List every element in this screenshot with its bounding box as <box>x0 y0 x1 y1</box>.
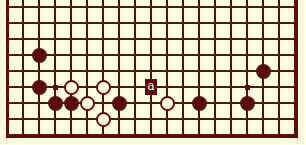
point-Q3[interactable] <box>239 95 255 111</box>
point-D6[interactable] <box>47 47 63 63</box>
point-A1[interactable] <box>0 127 15 143</box>
point-N6[interactable] <box>191 47 207 63</box>
point-O2[interactable] <box>207 111 223 127</box>
point-L2[interactable] <box>159 111 175 127</box>
point-R8[interactable] <box>255 15 271 31</box>
point-D4[interactable] <box>47 79 63 95</box>
point-N9[interactable] <box>191 0 207 15</box>
point-E9[interactable] <box>63 0 79 15</box>
point-T6[interactable] <box>287 47 303 63</box>
point-K5[interactable] <box>143 63 159 79</box>
point-H1[interactable] <box>111 127 127 143</box>
point-P7[interactable] <box>223 31 239 47</box>
point-C1[interactable] <box>31 127 47 143</box>
point-B6[interactable] <box>15 47 31 63</box>
point-Q2[interactable] <box>239 111 255 127</box>
point-B7[interactable] <box>15 31 31 47</box>
point-J2[interactable] <box>127 111 143 127</box>
point-R6[interactable] <box>255 47 271 63</box>
point-G3[interactable] <box>95 95 111 111</box>
point-P5[interactable] <box>223 63 239 79</box>
point-O8[interactable] <box>207 15 223 31</box>
point-K9[interactable] <box>143 0 159 15</box>
point-J8[interactable] <box>127 15 143 31</box>
point-E4[interactable] <box>63 79 79 95</box>
point-P9[interactable] <box>223 0 239 15</box>
point-L6[interactable] <box>159 47 175 63</box>
point-B9[interactable] <box>15 0 31 15</box>
point-G4[interactable] <box>95 79 111 95</box>
point-N4[interactable] <box>191 79 207 95</box>
point-O3[interactable] <box>207 95 223 111</box>
point-T8[interactable] <box>287 15 303 31</box>
white-stone-E4 <box>64 80 79 95</box>
point-T7[interactable] <box>287 31 303 47</box>
point-E6[interactable] <box>63 47 79 63</box>
point-D1[interactable] <box>47 127 63 143</box>
point-J3[interactable] <box>127 95 143 111</box>
point-P8[interactable] <box>223 15 239 31</box>
point-P1[interactable] <box>223 127 239 143</box>
point-O4[interactable] <box>207 79 223 95</box>
point-F1[interactable] <box>79 127 95 143</box>
black-stone-R5 <box>256 64 271 79</box>
point-S9[interactable] <box>271 0 287 15</box>
star-point-D4 <box>53 85 58 90</box>
point-A5[interactable] <box>0 63 15 79</box>
point-D2[interactable] <box>47 111 63 127</box>
point-M8[interactable] <box>175 15 191 31</box>
black-stone-H3 <box>112 96 127 111</box>
point-N7[interactable] <box>191 31 207 47</box>
point-H8[interactable] <box>111 15 127 31</box>
point-L7[interactable] <box>159 31 175 47</box>
point-O6[interactable] <box>207 47 223 63</box>
point-H4[interactable] <box>111 79 127 95</box>
point-E8[interactable] <box>63 15 79 31</box>
point-J4[interactable] <box>127 79 143 95</box>
point-D3[interactable] <box>47 95 63 111</box>
point-F9[interactable] <box>79 0 95 15</box>
point-C7[interactable] <box>31 31 47 47</box>
point-B8[interactable] <box>15 15 31 31</box>
point-A8[interactable] <box>0 15 15 31</box>
point-C3[interactable] <box>31 95 47 111</box>
point-F5[interactable] <box>79 63 95 79</box>
star-point-Q4 <box>245 85 250 90</box>
point-K8[interactable] <box>143 15 159 31</box>
point-C8[interactable] <box>31 15 47 31</box>
black-stone-N3 <box>192 96 207 111</box>
point-C4[interactable] <box>31 79 47 95</box>
point-L8[interactable] <box>159 15 175 31</box>
point-E1[interactable] <box>63 127 79 143</box>
point-G1[interactable] <box>95 127 111 143</box>
point-S2[interactable] <box>271 111 287 127</box>
point-D5[interactable] <box>47 63 63 79</box>
point-S8[interactable] <box>271 15 287 31</box>
point-M4[interactable] <box>175 79 191 95</box>
point-E3[interactable] <box>63 95 79 111</box>
point-Q7[interactable] <box>239 31 255 47</box>
point-F6[interactable] <box>79 47 95 63</box>
point-H3[interactable] <box>111 95 127 111</box>
point-G5[interactable] <box>95 63 111 79</box>
black-stone-Q3 <box>240 96 255 111</box>
point-K7[interactable] <box>143 31 159 47</box>
point-D8[interactable] <box>47 15 63 31</box>
point-P4[interactable] <box>223 79 239 95</box>
point-C2[interactable] <box>31 111 47 127</box>
point-O5[interactable] <box>207 63 223 79</box>
point-R5[interactable] <box>255 63 271 79</box>
point-G7[interactable] <box>95 31 111 47</box>
point-K6[interactable] <box>143 47 159 63</box>
point-H7[interactable] <box>111 31 127 47</box>
point-G2[interactable] <box>95 111 111 127</box>
point-B5[interactable] <box>15 63 31 79</box>
point-M9[interactable] <box>175 0 191 15</box>
point-P3[interactable] <box>223 95 239 111</box>
point-N2[interactable] <box>191 111 207 127</box>
point-E2[interactable] <box>63 111 79 127</box>
point-L5[interactable] <box>159 63 175 79</box>
point-F2[interactable] <box>79 111 95 127</box>
point-O1[interactable] <box>207 127 223 143</box>
point-C6[interactable] <box>31 47 47 63</box>
point-J5[interactable] <box>127 63 143 79</box>
point-M1[interactable] <box>175 127 191 143</box>
point-O7[interactable] <box>207 31 223 47</box>
point-M7[interactable] <box>175 31 191 47</box>
point-T2[interactable] <box>287 111 303 127</box>
point-H5[interactable] <box>111 63 127 79</box>
point-N5[interactable] <box>191 63 207 79</box>
point-J7[interactable] <box>127 31 143 47</box>
point-J6[interactable] <box>127 47 143 63</box>
point-J1[interactable] <box>127 127 143 143</box>
point-G9[interactable] <box>95 0 111 15</box>
point-O9[interactable] <box>207 0 223 15</box>
point-M3[interactable] <box>175 95 191 111</box>
white-stone-F3 <box>80 96 95 111</box>
point-F8[interactable] <box>79 15 95 31</box>
black-stone-D3 <box>48 96 63 111</box>
point-K1[interactable] <box>143 127 159 143</box>
point-B3[interactable] <box>15 95 31 111</box>
go-board: a <box>0 0 306 145</box>
point-L3[interactable] <box>159 95 175 111</box>
white-stone-L3 <box>160 96 175 111</box>
black-stone-C6 <box>32 48 47 63</box>
point-S3[interactable] <box>271 95 287 111</box>
point-G8[interactable] <box>95 15 111 31</box>
point-R7[interactable] <box>255 31 271 47</box>
point-S6[interactable] <box>271 47 287 63</box>
point-N1[interactable] <box>191 127 207 143</box>
point-S4[interactable] <box>271 79 287 95</box>
point-K4[interactable]: a <box>143 79 159 95</box>
point-A4[interactable] <box>0 79 15 95</box>
point-A7[interactable] <box>0 31 15 47</box>
point-S7[interactable] <box>271 31 287 47</box>
point-L1[interactable] <box>159 127 175 143</box>
point-A2[interactable] <box>0 111 15 127</box>
point-Q4[interactable] <box>239 79 255 95</box>
point-L9[interactable] <box>159 0 175 15</box>
point-R1[interactable] <box>255 127 271 143</box>
point-P6[interactable] <box>223 47 239 63</box>
point-T3[interactable] <box>287 95 303 111</box>
point-F4[interactable] <box>79 79 95 95</box>
point-A6[interactable] <box>0 47 15 63</box>
point-C9[interactable] <box>31 0 47 15</box>
point-M6[interactable] <box>175 47 191 63</box>
point-F3[interactable] <box>79 95 95 111</box>
black-stone-E3 <box>64 96 79 111</box>
point-T4[interactable] <box>287 79 303 95</box>
point-D9[interactable] <box>47 0 63 15</box>
point-T5[interactable] <box>287 63 303 79</box>
point-M5[interactable] <box>175 63 191 79</box>
point-B1[interactable] <box>15 127 31 143</box>
point-R2[interactable] <box>255 111 271 127</box>
point-N8[interactable] <box>191 15 207 31</box>
point-H9[interactable] <box>111 0 127 15</box>
point-M2[interactable] <box>175 111 191 127</box>
point-S1[interactable] <box>271 127 287 143</box>
point-S5[interactable] <box>271 63 287 79</box>
white-stone-G2 <box>96 112 111 127</box>
point-label-a: a <box>145 79 157 95</box>
point-B2[interactable] <box>15 111 31 127</box>
point-G6[interactable] <box>95 47 111 63</box>
point-Q9[interactable] <box>239 0 255 15</box>
point-B4[interactable] <box>15 79 31 95</box>
point-H2[interactable] <box>111 111 127 127</box>
point-F7[interactable] <box>79 31 95 47</box>
point-K3[interactable] <box>143 95 159 111</box>
point-Q5[interactable] <box>239 63 255 79</box>
point-Q1[interactable] <box>239 127 255 143</box>
point-H6[interactable] <box>111 47 127 63</box>
point-E7[interactable] <box>63 31 79 47</box>
point-E5[interactable] <box>63 63 79 79</box>
point-C5[interactable] <box>31 63 47 79</box>
point-Q8[interactable] <box>239 15 255 31</box>
point-P2[interactable] <box>223 111 239 127</box>
point-R9[interactable] <box>255 0 271 15</box>
point-L4[interactable] <box>159 79 175 95</box>
point-T1[interactable] <box>287 127 303 143</box>
point-N3[interactable] <box>191 95 207 111</box>
point-J9[interactable] <box>127 0 143 15</box>
point-T9[interactable] <box>287 0 303 15</box>
white-stone-G4 <box>96 80 111 95</box>
black-stone-C4 <box>32 80 47 95</box>
point-D7[interactable] <box>47 31 63 47</box>
point-R4[interactable] <box>255 79 271 95</box>
point-K2[interactable] <box>143 111 159 127</box>
board-intersections: a <box>0 0 303 143</box>
go-diagram: a <box>0 0 306 145</box>
point-Q6[interactable] <box>239 47 255 63</box>
point-R3[interactable] <box>255 95 271 111</box>
point-A3[interactable] <box>0 95 15 111</box>
point-A9[interactable] <box>0 0 15 15</box>
